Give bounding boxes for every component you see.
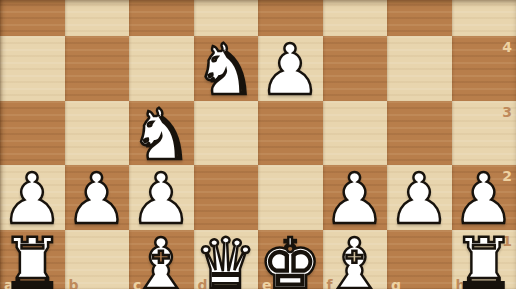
square-c4[interactable] xyxy=(129,36,194,101)
square-b5[interactable] xyxy=(65,0,130,36)
square-b4[interactable] xyxy=(65,36,130,101)
square-c3[interactable]: ♞ xyxy=(129,101,194,166)
square-e3[interactable] xyxy=(258,101,323,166)
square-e4[interactable]: ♟ xyxy=(258,36,323,101)
square-a3[interactable] xyxy=(0,101,65,166)
square-g3[interactable] xyxy=(387,101,452,166)
square-g5[interactable] xyxy=(387,0,452,36)
square-h2[interactable]: 2♟ xyxy=(452,165,516,230)
white-bishop[interactable]: ♝ xyxy=(323,229,386,289)
square-a5[interactable] xyxy=(0,0,65,36)
square-g2[interactable]: ♟ xyxy=(387,165,452,230)
square-d1[interactable]: d♛ xyxy=(194,230,259,289)
white-king[interactable]: ♚ xyxy=(259,229,322,289)
chess-board-screenshot: 5♞♟4♞3♟♟♟♟♟2♟a♜bc♝d♛e♚f♝g1h♜ xyxy=(0,0,516,289)
coord-file-g: g xyxy=(391,278,401,289)
square-f3[interactable] xyxy=(323,101,388,166)
white-bishop[interactable]: ♝ xyxy=(130,229,193,289)
coord-rank-4: 4 xyxy=(502,40,512,54)
square-f4[interactable] xyxy=(323,36,388,101)
square-f1[interactable]: f♝ xyxy=(323,230,388,289)
square-b3[interactable] xyxy=(65,101,130,166)
white-knight[interactable]: ♞ xyxy=(194,35,257,105)
square-a2[interactable]: ♟ xyxy=(0,165,65,230)
square-g4[interactable] xyxy=(387,36,452,101)
white-rook[interactable]: ♜ xyxy=(452,229,515,289)
square-d3[interactable] xyxy=(194,101,259,166)
white-pawn[interactable]: ♟ xyxy=(65,164,128,234)
white-queen[interactable]: ♛ xyxy=(194,229,257,289)
square-e2[interactable] xyxy=(258,165,323,230)
square-b1[interactable]: b xyxy=(65,230,130,289)
board-grid: 5♞♟4♞3♟♟♟♟♟2♟a♜bc♝d♛e♚f♝g1h♜ xyxy=(0,0,516,289)
square-b2[interactable]: ♟ xyxy=(65,165,130,230)
square-a4[interactable] xyxy=(0,36,65,101)
square-f2[interactable]: ♟ xyxy=(323,165,388,230)
square-c5[interactable] xyxy=(129,0,194,36)
coord-file-b: b xyxy=(69,278,79,289)
square-h3[interactable]: 3 xyxy=(452,101,516,166)
square-h1[interactable]: 1h♜ xyxy=(452,230,516,289)
white-pawn[interactable]: ♟ xyxy=(259,35,322,105)
white-pawn[interactable]: ♟ xyxy=(388,164,451,234)
square-c2[interactable]: ♟ xyxy=(129,165,194,230)
square-a1[interactable]: a♜ xyxy=(0,230,65,289)
white-rook[interactable]: ♜ xyxy=(1,229,64,289)
square-f5[interactable] xyxy=(323,0,388,36)
square-g1[interactable]: g xyxy=(387,230,452,289)
coord-rank-3: 3 xyxy=(502,105,512,119)
square-h4[interactable]: 4 xyxy=(452,36,516,101)
square-c1[interactable]: c♝ xyxy=(129,230,194,289)
square-d4[interactable]: ♞ xyxy=(194,36,259,101)
square-d2[interactable] xyxy=(194,165,259,230)
square-e1[interactable]: e♚ xyxy=(258,230,323,289)
square-h5[interactable]: 5 xyxy=(452,0,516,36)
